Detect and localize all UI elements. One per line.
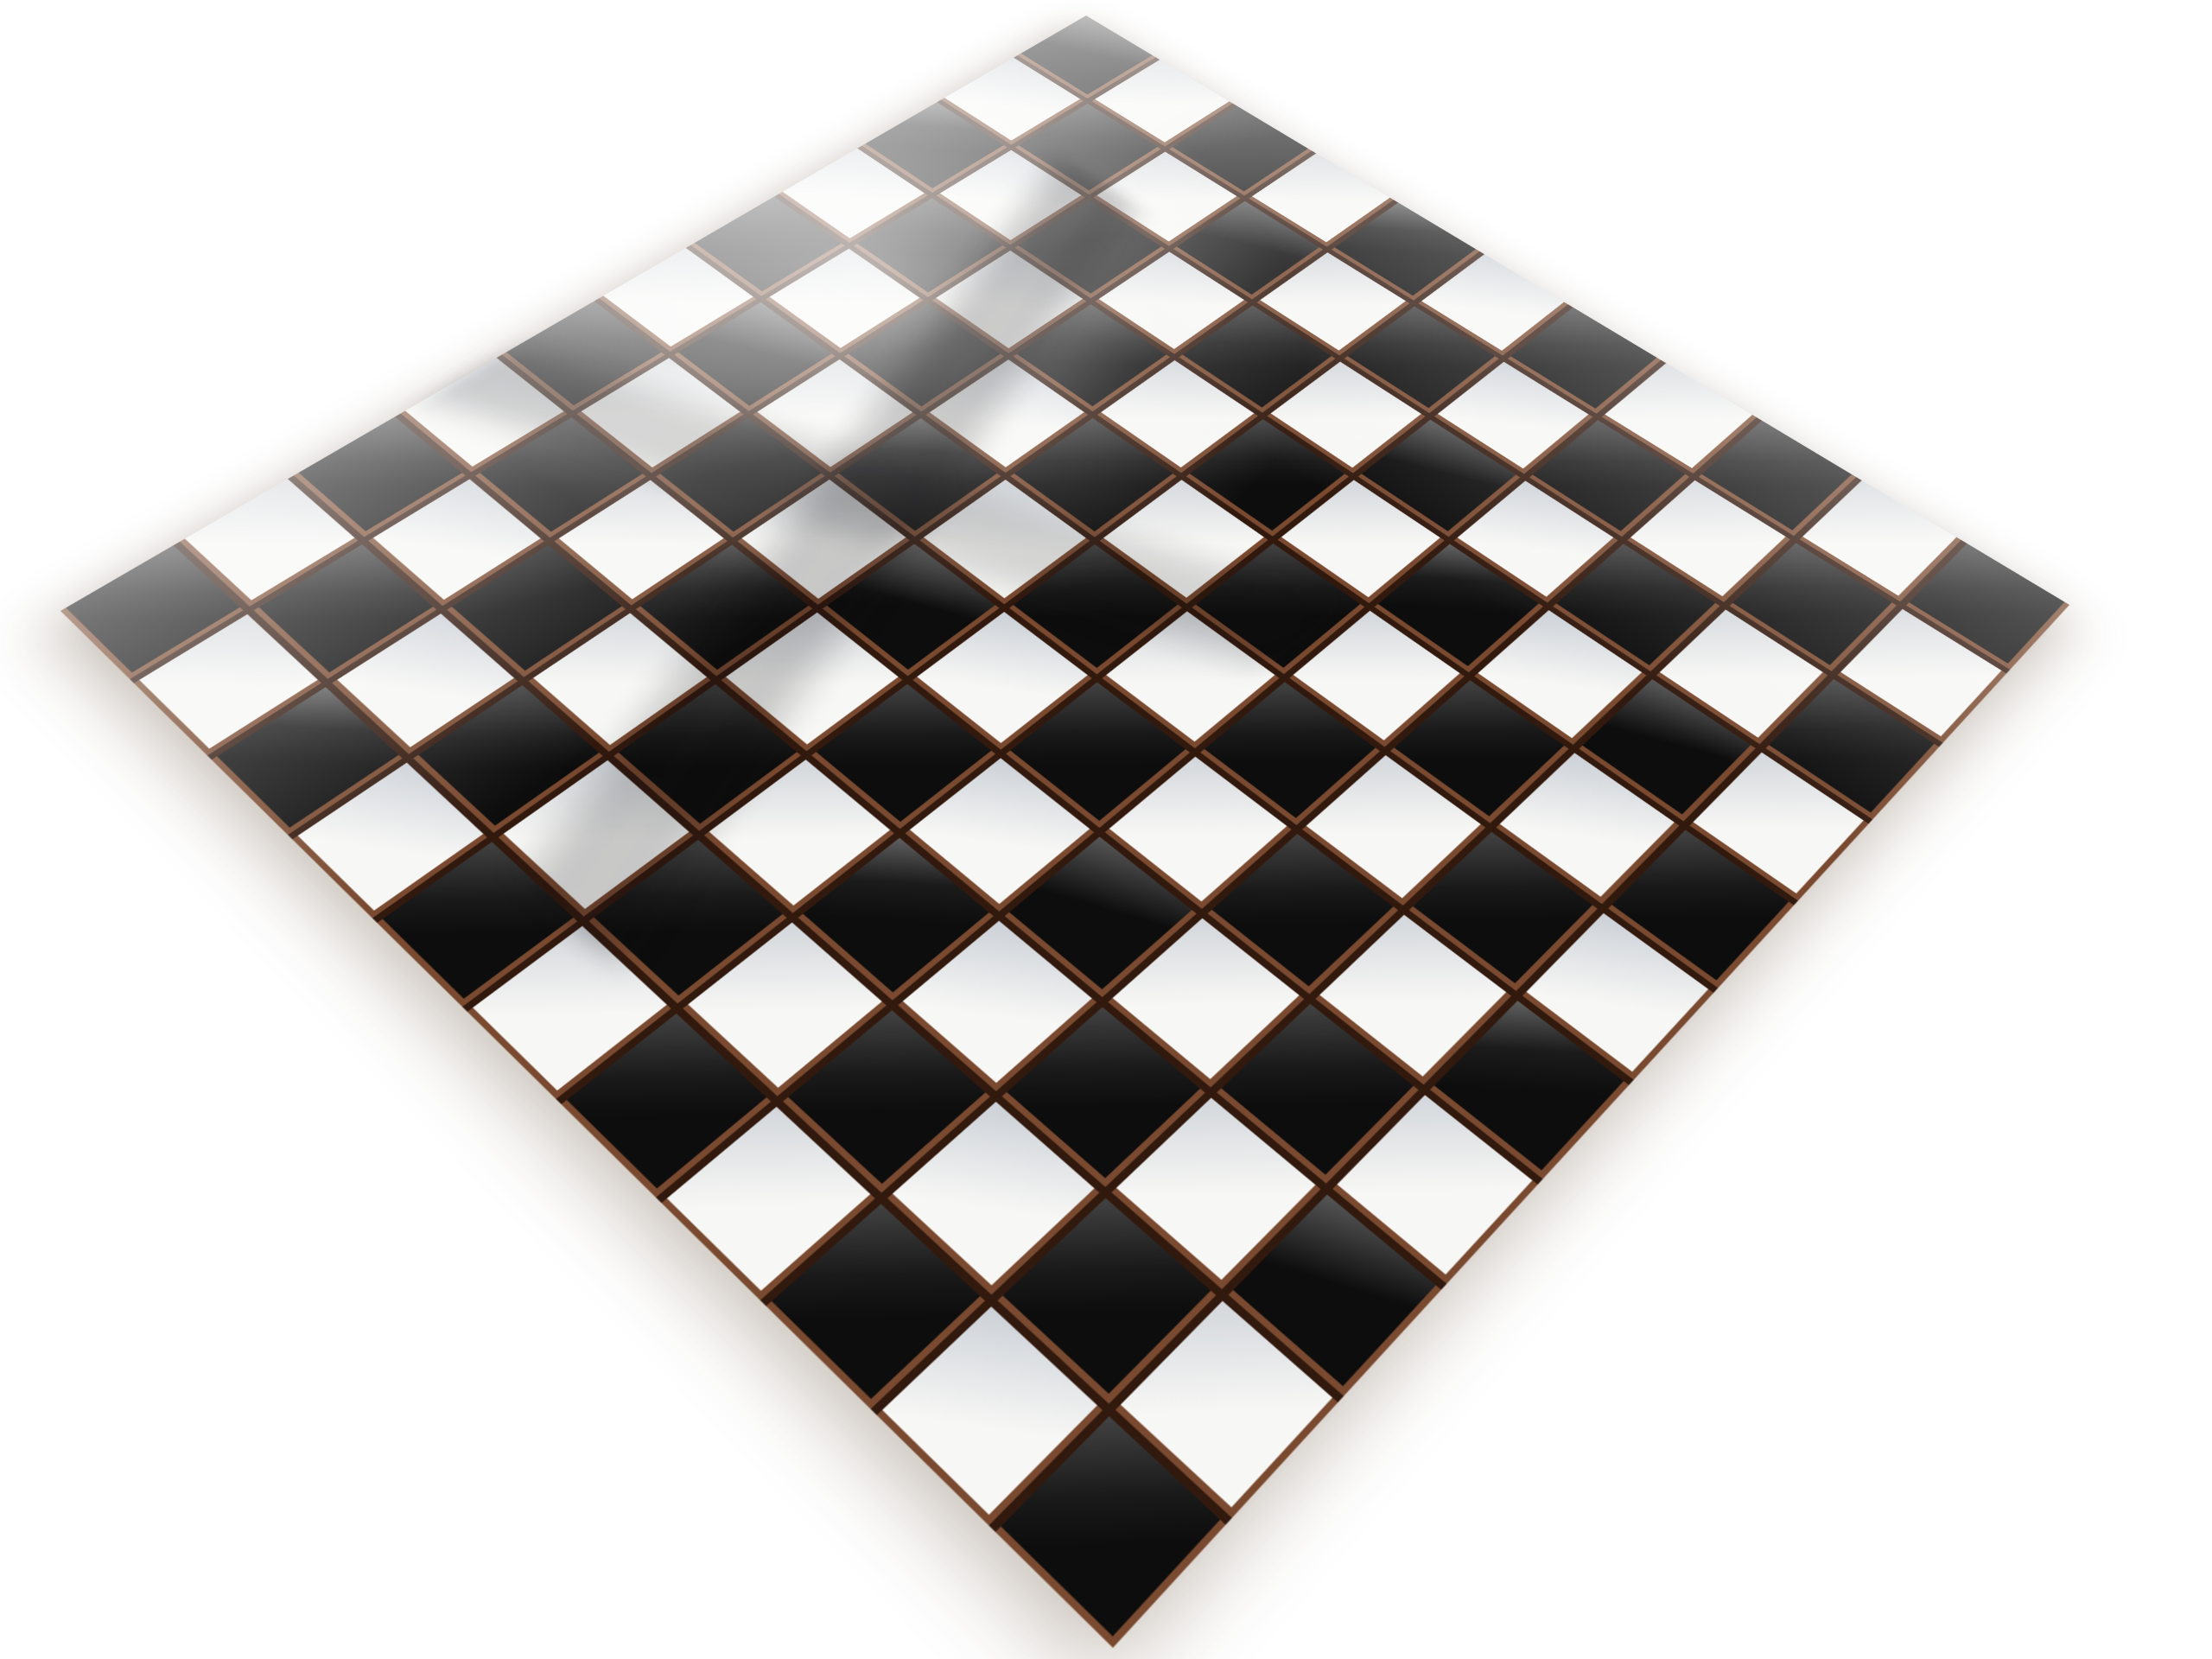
photo-background: [0, 0, 2212, 1659]
mosaic-checkerboard: [60, 16, 2069, 1648]
